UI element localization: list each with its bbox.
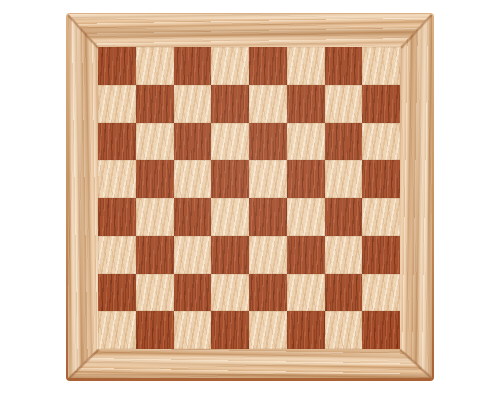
square-r2c5[interactable]: [249, 85, 287, 123]
square-r4c7[interactable]: [325, 160, 363, 198]
square-r8c6[interactable]: [287, 311, 325, 349]
square-r6c5[interactable]: [249, 236, 287, 274]
square-r1c3[interactable]: [174, 47, 212, 85]
square-r4c2[interactable]: [136, 160, 174, 198]
square-r8c7[interactable]: [325, 311, 363, 349]
square-r8c2[interactable]: [136, 311, 174, 349]
square-r1c8[interactable]: [362, 47, 400, 85]
square-r6c2[interactable]: [136, 236, 174, 274]
square-r3c2[interactable]: [136, 123, 174, 161]
square-r7c6[interactable]: [287, 274, 325, 312]
square-r4c6[interactable]: [287, 160, 325, 198]
square-r7c2[interactable]: [136, 274, 174, 312]
square-r6c4[interactable]: [211, 236, 249, 274]
square-r3c8[interactable]: [362, 123, 400, 161]
square-r1c2[interactable]: [136, 47, 174, 85]
square-r7c8[interactable]: [362, 274, 400, 312]
square-r1c7[interactable]: [325, 47, 363, 85]
square-r7c5[interactable]: [249, 274, 287, 312]
square-r5c8[interactable]: [362, 198, 400, 236]
square-r2c8[interactable]: [362, 85, 400, 123]
square-r6c3[interactable]: [174, 236, 212, 274]
board-grid: [98, 47, 400, 349]
square-r7c1[interactable]: [98, 274, 136, 312]
square-r5c5[interactable]: [249, 198, 287, 236]
square-r3c3[interactable]: [174, 123, 212, 161]
square-r1c1[interactable]: [98, 47, 136, 85]
square-r6c1[interactable]: [98, 236, 136, 274]
square-r5c4[interactable]: [211, 198, 249, 236]
square-r7c7[interactable]: [325, 274, 363, 312]
square-r3c6[interactable]: [287, 123, 325, 161]
square-r8c4[interactable]: [211, 311, 249, 349]
square-r1c5[interactable]: [249, 47, 287, 85]
square-r8c3[interactable]: [174, 311, 212, 349]
square-r3c5[interactable]: [249, 123, 287, 161]
square-r5c7[interactable]: [325, 198, 363, 236]
square-r7c4[interactable]: [211, 274, 249, 312]
square-r6c7[interactable]: [325, 236, 363, 274]
square-r3c1[interactable]: [98, 123, 136, 161]
square-r2c3[interactable]: [174, 85, 212, 123]
square-r4c3[interactable]: [174, 160, 212, 198]
square-r5c6[interactable]: [287, 198, 325, 236]
square-r5c1[interactable]: [98, 198, 136, 236]
square-r4c8[interactable]: [362, 160, 400, 198]
square-r2c6[interactable]: [287, 85, 325, 123]
square-r2c1[interactable]: [98, 85, 136, 123]
square-r4c1[interactable]: [98, 160, 136, 198]
square-r4c4[interactable]: [211, 160, 249, 198]
square-r1c6[interactable]: [287, 47, 325, 85]
square-r8c5[interactable]: [249, 311, 287, 349]
square-r4c5[interactable]: [249, 160, 287, 198]
square-r3c4[interactable]: [211, 123, 249, 161]
square-r8c8[interactable]: [362, 311, 400, 349]
square-r7c3[interactable]: [174, 274, 212, 312]
square-r6c6[interactable]: [287, 236, 325, 274]
square-r8c1[interactable]: [98, 311, 136, 349]
square-r5c2[interactable]: [136, 198, 174, 236]
board-rim: [66, 13, 434, 381]
square-r2c4[interactable]: [211, 85, 249, 123]
square-r3c7[interactable]: [325, 123, 363, 161]
square-r2c7[interactable]: [325, 85, 363, 123]
square-r1c4[interactable]: [211, 47, 249, 85]
square-r6c8[interactable]: [362, 236, 400, 274]
square-r2c2[interactable]: [136, 85, 174, 123]
square-r5c3[interactable]: [174, 198, 212, 236]
photo-background: [0, 0, 500, 400]
chessboard: [68, 14, 432, 378]
